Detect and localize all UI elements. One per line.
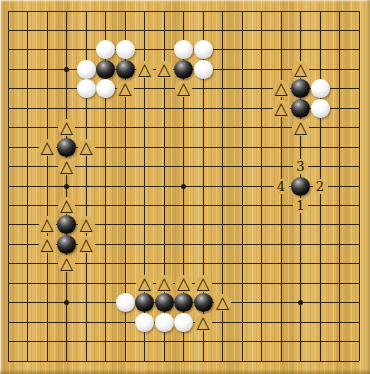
point-N9[interactable] (232, 196, 252, 215)
point-M8[interactable] (213, 215, 233, 234)
point-T19[interactable] (349, 1, 369, 20)
point-O16[interactable] (252, 60, 272, 79)
point-D14[interactable] (57, 99, 77, 118)
point-H17[interactable] (135, 40, 155, 59)
point-L17[interactable] (193, 40, 213, 59)
point-B3[interactable] (18, 312, 38, 331)
point-C6[interactable] (37, 254, 57, 273)
point-F18[interactable] (96, 21, 116, 40)
point-F12[interactable] (96, 137, 116, 156)
point-D1[interactable] (57, 351, 77, 370)
point-F3[interactable] (96, 312, 116, 331)
point-Q15[interactable] (291, 79, 311, 98)
point-S7[interactable] (330, 235, 350, 254)
point-R2[interactable] (310, 332, 330, 351)
point-J15[interactable] (154, 79, 174, 98)
point-P6[interactable] (271, 254, 291, 273)
point-R14[interactable] (310, 99, 330, 118)
point-F16[interactable] (96, 60, 116, 79)
point-A16[interactable] (0, 60, 18, 79)
point-T6[interactable] (349, 254, 369, 273)
point-S5[interactable] (330, 274, 350, 293)
point-P9[interactable] (271, 196, 291, 215)
point-G19[interactable] (115, 1, 135, 20)
point-A12[interactable] (0, 137, 18, 156)
point-B15[interactable] (18, 79, 38, 98)
point-D8[interactable] (57, 215, 77, 234)
point-S1[interactable] (330, 351, 350, 370)
point-J4[interactable] (154, 293, 174, 312)
point-Q6[interactable] (291, 254, 311, 273)
point-E7[interactable]: △ (76, 235, 96, 254)
point-C3[interactable] (37, 312, 57, 331)
point-N17[interactable] (232, 40, 252, 59)
point-T11[interactable] (349, 157, 369, 176)
point-M5[interactable] (213, 274, 233, 293)
point-K12[interactable] (174, 137, 194, 156)
point-N3[interactable] (232, 312, 252, 331)
point-R7[interactable] (310, 235, 330, 254)
point-P16[interactable] (271, 60, 291, 79)
point-D9[interactable]: △ (57, 196, 77, 215)
point-B18[interactable] (18, 21, 38, 40)
point-D15[interactable] (57, 79, 77, 98)
point-B2[interactable] (18, 332, 38, 351)
point-N13[interactable] (232, 118, 252, 137)
point-O9[interactable] (252, 196, 272, 215)
point-B4[interactable] (18, 293, 38, 312)
point-H8[interactable] (135, 215, 155, 234)
point-P11[interactable] (271, 157, 291, 176)
point-F6[interactable] (96, 254, 116, 273)
point-J10[interactable] (154, 176, 174, 195)
point-P18[interactable] (271, 21, 291, 40)
point-O1[interactable] (252, 351, 272, 370)
point-F19[interactable] (96, 1, 116, 20)
point-O11[interactable] (252, 157, 272, 176)
point-M10[interactable] (213, 176, 233, 195)
point-M19[interactable] (213, 1, 233, 20)
point-K19[interactable] (174, 1, 194, 20)
point-K9[interactable] (174, 196, 194, 215)
point-K5[interactable]: △ (174, 274, 194, 293)
point-T2[interactable] (349, 332, 369, 351)
point-N16[interactable] (232, 60, 252, 79)
point-D6[interactable]: △ (57, 254, 77, 273)
point-N6[interactable] (232, 254, 252, 273)
point-D12[interactable] (57, 137, 77, 156)
point-L2[interactable] (193, 332, 213, 351)
point-G2[interactable] (115, 332, 135, 351)
point-J14[interactable] (154, 99, 174, 118)
point-T3[interactable] (349, 312, 369, 331)
point-P5[interactable] (271, 274, 291, 293)
point-T15[interactable] (349, 79, 369, 98)
point-Q9[interactable]: 1 (291, 196, 311, 215)
point-C8[interactable]: △ (37, 215, 57, 234)
point-K6[interactable] (174, 254, 194, 273)
point-C2[interactable] (37, 332, 57, 351)
point-H9[interactable] (135, 196, 155, 215)
point-H11[interactable] (135, 157, 155, 176)
point-B8[interactable] (18, 215, 38, 234)
point-P8[interactable] (271, 215, 291, 234)
point-K13[interactable] (174, 118, 194, 137)
point-J11[interactable] (154, 157, 174, 176)
point-S13[interactable] (330, 118, 350, 137)
point-N1[interactable] (232, 351, 252, 370)
point-B13[interactable] (18, 118, 38, 137)
point-E10[interactable] (76, 176, 96, 195)
point-L8[interactable] (193, 215, 213, 234)
point-J2[interactable] (154, 332, 174, 351)
point-J7[interactable] (154, 235, 174, 254)
point-N7[interactable] (232, 235, 252, 254)
point-R3[interactable] (310, 312, 330, 331)
point-B5[interactable] (18, 274, 38, 293)
point-M18[interactable] (213, 21, 233, 40)
point-E2[interactable] (76, 332, 96, 351)
point-N2[interactable] (232, 332, 252, 351)
point-F8[interactable] (96, 215, 116, 234)
point-R8[interactable] (310, 215, 330, 234)
point-K1[interactable] (174, 351, 194, 370)
point-M9[interactable] (213, 196, 233, 215)
point-O18[interactable] (252, 21, 272, 40)
point-R6[interactable] (310, 254, 330, 273)
point-P10[interactable]: 4 (271, 176, 291, 195)
point-D11[interactable]: △ (57, 157, 77, 176)
point-D16[interactable] (57, 60, 77, 79)
point-T4[interactable] (349, 293, 369, 312)
point-C14[interactable] (37, 99, 57, 118)
point-F4[interactable] (96, 293, 116, 312)
point-R19[interactable] (310, 1, 330, 20)
point-D17[interactable] (57, 40, 77, 59)
point-S11[interactable] (330, 157, 350, 176)
point-A2[interactable] (0, 332, 18, 351)
point-A3[interactable] (0, 312, 18, 331)
point-H15[interactable] (135, 79, 155, 98)
point-G18[interactable] (115, 21, 135, 40)
point-E15[interactable] (76, 79, 96, 98)
point-G13[interactable] (115, 118, 135, 137)
point-J17[interactable] (154, 40, 174, 59)
point-K10[interactable] (174, 176, 194, 195)
point-J12[interactable] (154, 137, 174, 156)
point-G14[interactable] (115, 99, 135, 118)
point-D19[interactable] (57, 1, 77, 20)
point-E19[interactable] (76, 1, 96, 20)
point-N14[interactable] (232, 99, 252, 118)
point-R15[interactable] (310, 79, 330, 98)
point-S16[interactable] (330, 60, 350, 79)
point-L12[interactable] (193, 137, 213, 156)
point-Q7[interactable] (291, 235, 311, 254)
point-Q4[interactable] (291, 293, 311, 312)
point-P4[interactable] (271, 293, 291, 312)
point-K14[interactable] (174, 99, 194, 118)
point-H10[interactable] (135, 176, 155, 195)
point-K7[interactable] (174, 235, 194, 254)
point-F14[interactable] (96, 99, 116, 118)
point-T12[interactable] (349, 137, 369, 156)
point-S6[interactable] (330, 254, 350, 273)
point-H7[interactable] (135, 235, 155, 254)
point-S10[interactable] (330, 176, 350, 195)
point-G11[interactable] (115, 157, 135, 176)
point-H19[interactable] (135, 1, 155, 20)
point-F17[interactable] (96, 40, 116, 59)
point-L16[interactable] (193, 60, 213, 79)
point-P7[interactable] (271, 235, 291, 254)
point-T1[interactable] (349, 351, 369, 370)
point-H6[interactable] (135, 254, 155, 273)
point-C4[interactable] (37, 293, 57, 312)
point-F15[interactable] (96, 79, 116, 98)
point-R10[interactable]: 2 (310, 176, 330, 195)
point-F9[interactable] (96, 196, 116, 215)
point-O6[interactable] (252, 254, 272, 273)
point-O5[interactable] (252, 274, 272, 293)
point-N10[interactable] (232, 176, 252, 195)
point-J6[interactable] (154, 254, 174, 273)
point-F13[interactable] (96, 118, 116, 137)
point-M16[interactable] (213, 60, 233, 79)
point-P19[interactable] (271, 1, 291, 20)
point-R1[interactable] (310, 351, 330, 370)
point-N19[interactable] (232, 1, 252, 20)
point-C7[interactable]: △ (37, 235, 57, 254)
point-Q10[interactable] (291, 176, 311, 195)
point-C12[interactable]: △ (37, 137, 57, 156)
point-F1[interactable] (96, 351, 116, 370)
point-J5[interactable]: △ (154, 274, 174, 293)
point-K2[interactable] (174, 332, 194, 351)
point-H12[interactable] (135, 137, 155, 156)
point-R16[interactable] (310, 60, 330, 79)
point-L4[interactable] (193, 293, 213, 312)
point-L6[interactable] (193, 254, 213, 273)
point-P1[interactable] (271, 351, 291, 370)
point-G16[interactable] (115, 60, 135, 79)
point-O17[interactable] (252, 40, 272, 59)
point-A17[interactable] (0, 40, 18, 59)
point-P12[interactable] (271, 137, 291, 156)
point-A1[interactable] (0, 351, 18, 370)
point-B11[interactable] (18, 157, 38, 176)
point-H1[interactable] (135, 351, 155, 370)
point-Q5[interactable] (291, 274, 311, 293)
point-S14[interactable] (330, 99, 350, 118)
point-M4[interactable]: △ (213, 293, 233, 312)
point-L14[interactable] (193, 99, 213, 118)
point-J16[interactable]: △ (154, 60, 174, 79)
point-B1[interactable] (18, 351, 38, 370)
point-P15[interactable]: △ (271, 79, 291, 98)
point-Q14[interactable] (291, 99, 311, 118)
point-C15[interactable] (37, 79, 57, 98)
point-S8[interactable] (330, 215, 350, 234)
point-C18[interactable] (37, 21, 57, 40)
point-G17[interactable] (115, 40, 135, 59)
point-E4[interactable] (76, 293, 96, 312)
point-H3[interactable] (135, 312, 155, 331)
point-O3[interactable] (252, 312, 272, 331)
point-P17[interactable] (271, 40, 291, 59)
point-K4[interactable] (174, 293, 194, 312)
point-G7[interactable] (115, 235, 135, 254)
point-S4[interactable] (330, 293, 350, 312)
point-K17[interactable] (174, 40, 194, 59)
point-C11[interactable] (37, 157, 57, 176)
point-J8[interactable] (154, 215, 174, 234)
point-J19[interactable] (154, 1, 174, 20)
point-M14[interactable] (213, 99, 233, 118)
point-A14[interactable] (0, 99, 18, 118)
point-A5[interactable] (0, 274, 18, 293)
point-A11[interactable] (0, 157, 18, 176)
point-R9[interactable] (310, 196, 330, 215)
point-E17[interactable] (76, 40, 96, 59)
point-O2[interactable] (252, 332, 272, 351)
point-M6[interactable] (213, 254, 233, 273)
point-O7[interactable] (252, 235, 272, 254)
point-R18[interactable] (310, 21, 330, 40)
point-E3[interactable] (76, 312, 96, 331)
point-L1[interactable] (193, 351, 213, 370)
point-S3[interactable] (330, 312, 350, 331)
point-D3[interactable] (57, 312, 77, 331)
point-B7[interactable] (18, 235, 38, 254)
point-L15[interactable] (193, 79, 213, 98)
point-P3[interactable] (271, 312, 291, 331)
point-H2[interactable] (135, 332, 155, 351)
point-S9[interactable] (330, 196, 350, 215)
point-M13[interactable] (213, 118, 233, 137)
point-E6[interactable] (76, 254, 96, 273)
point-Q12[interactable] (291, 137, 311, 156)
point-D7[interactable] (57, 235, 77, 254)
point-N8[interactable] (232, 215, 252, 234)
point-C17[interactable] (37, 40, 57, 59)
point-B14[interactable] (18, 99, 38, 118)
point-D18[interactable] (57, 21, 77, 40)
point-S19[interactable] (330, 1, 350, 20)
point-T7[interactable] (349, 235, 369, 254)
point-P14[interactable]: △ (271, 99, 291, 118)
point-S18[interactable] (330, 21, 350, 40)
point-R12[interactable] (310, 137, 330, 156)
point-E1[interactable] (76, 351, 96, 370)
point-L13[interactable] (193, 118, 213, 137)
point-M15[interactable] (213, 79, 233, 98)
point-Q13[interactable]: △ (291, 118, 311, 137)
point-M3[interactable] (213, 312, 233, 331)
point-O4[interactable] (252, 293, 272, 312)
point-M11[interactable] (213, 157, 233, 176)
point-H5[interactable]: △ (135, 274, 155, 293)
point-Q3[interactable] (291, 312, 311, 331)
point-L7[interactable] (193, 235, 213, 254)
point-A4[interactable] (0, 293, 18, 312)
point-N5[interactable] (232, 274, 252, 293)
point-C1[interactable] (37, 351, 57, 370)
point-S2[interactable] (330, 332, 350, 351)
point-G8[interactable] (115, 215, 135, 234)
point-O14[interactable] (252, 99, 272, 118)
point-B6[interactable] (18, 254, 38, 273)
point-A13[interactable] (0, 118, 18, 137)
point-S15[interactable] (330, 79, 350, 98)
point-E13[interactable] (76, 118, 96, 137)
point-O15[interactable] (252, 79, 272, 98)
point-T17[interactable] (349, 40, 369, 59)
point-H13[interactable] (135, 118, 155, 137)
point-E16[interactable] (76, 60, 96, 79)
point-O10[interactable] (252, 176, 272, 195)
point-B9[interactable] (18, 196, 38, 215)
point-T18[interactable] (349, 21, 369, 40)
point-S12[interactable] (330, 137, 350, 156)
point-N18[interactable] (232, 21, 252, 40)
point-D4[interactable] (57, 293, 77, 312)
point-B17[interactable] (18, 40, 38, 59)
point-J18[interactable] (154, 21, 174, 40)
point-M7[interactable] (213, 235, 233, 254)
point-M2[interactable] (213, 332, 233, 351)
point-R13[interactable] (310, 118, 330, 137)
point-D13[interactable]: △ (57, 118, 77, 137)
point-B19[interactable] (18, 1, 38, 20)
point-E5[interactable] (76, 274, 96, 293)
point-L19[interactable] (193, 1, 213, 20)
point-G12[interactable] (115, 137, 135, 156)
point-B10[interactable] (18, 176, 38, 195)
point-O8[interactable] (252, 215, 272, 234)
point-G3[interactable] (115, 312, 135, 331)
point-A6[interactable] (0, 254, 18, 273)
point-M17[interactable] (213, 40, 233, 59)
point-F11[interactable] (96, 157, 116, 176)
point-R17[interactable] (310, 40, 330, 59)
point-M1[interactable] (213, 351, 233, 370)
point-S17[interactable] (330, 40, 350, 59)
point-G1[interactable] (115, 351, 135, 370)
point-G4[interactable] (115, 293, 135, 312)
point-N15[interactable] (232, 79, 252, 98)
point-F7[interactable] (96, 235, 116, 254)
point-G5[interactable] (115, 274, 135, 293)
point-L10[interactable] (193, 176, 213, 195)
point-G10[interactable] (115, 176, 135, 195)
point-F5[interactable] (96, 274, 116, 293)
point-R11[interactable] (310, 157, 330, 176)
point-M12[interactable] (213, 137, 233, 156)
point-Q11[interactable]: 3 (291, 157, 311, 176)
point-C5[interactable] (37, 274, 57, 293)
point-G6[interactable] (115, 254, 135, 273)
point-T8[interactable] (349, 215, 369, 234)
point-J1[interactable] (154, 351, 174, 370)
point-H16[interactable]: △ (135, 60, 155, 79)
point-A8[interactable] (0, 215, 18, 234)
point-E9[interactable] (76, 196, 96, 215)
point-T9[interactable] (349, 196, 369, 215)
point-R5[interactable] (310, 274, 330, 293)
point-K8[interactable] (174, 215, 194, 234)
point-L18[interactable] (193, 21, 213, 40)
